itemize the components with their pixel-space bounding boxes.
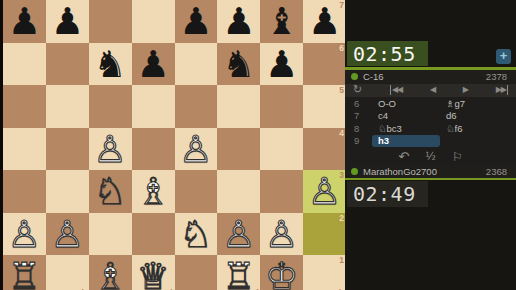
square-d1[interactable]: ♕d (132, 255, 175, 290)
white-bishop-d3[interactable]: ♗ (136, 171, 169, 214)
online-status-icon (351, 73, 358, 80)
square-f1[interactable]: ♖f (217, 255, 260, 290)
square-f3[interactable] (217, 170, 260, 213)
square-b2[interactable]: ♙ (46, 213, 89, 256)
square-f5[interactable] (217, 85, 260, 128)
move-number: 6 (345, 98, 372, 109)
square-h3[interactable]: ♙3 (303, 170, 346, 213)
square-b7[interactable]: ♟ (46, 0, 89, 43)
square-g6[interactable]: ♟ (260, 43, 303, 86)
square-a3[interactable] (3, 170, 46, 213)
game-action-buttons: ↶ ½ ⚐ (345, 147, 516, 166)
square-e7[interactable]: ♟ (175, 0, 218, 43)
move-number: 8 (345, 123, 372, 134)
square-c4[interactable]: ♙ (89, 128, 132, 171)
square-c5[interactable] (89, 85, 132, 128)
player-name-link[interactable]: MarathonGo2700 (363, 166, 486, 177)
square-f4[interactable] (217, 128, 260, 171)
square-h2[interactable]: 2 (303, 213, 346, 256)
square-g7[interactable]: ♝ (260, 0, 303, 43)
square-a1[interactable]: ♖a (3, 255, 46, 290)
player-rating: 2368 (486, 166, 507, 177)
square-g2[interactable]: ♙ (260, 213, 303, 256)
chess-board[interactable]: ♜♝♛♚♜8♟♟♟♟♝♟7♞♟♞♟65♙♙4♘♗♙3♙♙♘♙♙2♖ab♗c♕de… (3, 0, 346, 290)
opponent-player-bar: C-16 2378 (345, 70, 516, 84)
white-move-9[interactable]: h3 (372, 135, 440, 147)
white-knight-c3[interactable]: ♘ (94, 171, 127, 214)
square-a5[interactable] (3, 85, 46, 128)
white-pawn-a2[interactable]: ♙ (8, 213, 41, 256)
square-a2[interactable]: ♙ (3, 213, 46, 256)
white-pawn-h3[interactable]: ♙ (308, 171, 341, 214)
move-navigation-bar: ↻ ◀◀ ◀ ▶ ▶▶ (345, 84, 516, 98)
rank-coordinate-7: 7 (339, 1, 344, 10)
first-move-icon[interactable]: ◀◀ (390, 85, 402, 95)
square-e6[interactable] (175, 43, 218, 86)
give-more-time-button[interactable]: + (496, 49, 511, 64)
move-list: 6O-O♗g77c4d68♘bc3♘f69h3 (345, 97, 516, 147)
square-e2[interactable]: ♘ (175, 213, 218, 256)
black-move-7[interactable]: d6 (440, 110, 516, 121)
square-d5[interactable] (132, 85, 175, 128)
square-b6[interactable] (46, 43, 89, 86)
square-b4[interactable] (46, 128, 89, 171)
next-move-icon[interactable]: ▶ (463, 85, 468, 95)
white-king-g1[interactable]: ♔ (265, 256, 298, 290)
black-pawn-e7[interactable]: ♟ (179, 1, 212, 44)
white-rook-a1[interactable]: ♖ (8, 256, 41, 290)
board-grid: ♜♝♛♚♜8♟♟♟♟♝♟7♞♟♞♟65♙♙4♘♗♙3♙♙♘♙♙2♖ab♗c♕de… (3, 0, 346, 290)
white-knight-e2[interactable]: ♘ (179, 213, 212, 256)
last-move-icon[interactable]: ▶▶ (496, 85, 508, 95)
square-f2[interactable]: ♙ (217, 213, 260, 256)
square-d3[interactable]: ♗ (132, 170, 175, 213)
black-knight-f6[interactable]: ♞ (222, 43, 255, 86)
player-bar: MarathonGo2700 2368 (345, 166, 516, 178)
white-bishop-c1[interactable]: ♗ (94, 256, 127, 290)
rank-coordinate-5: 5 (339, 86, 344, 95)
square-e1[interactable]: e (175, 255, 218, 290)
square-d4[interactable] (132, 128, 175, 171)
square-f6[interactable]: ♞ (217, 43, 260, 86)
game-screen: ♜♝♛♚♜8♟♟♟♟♝♟7♞♟♞♟65♙♙4♘♗♙3♙♙♘♙♙2♖ab♗c♕de… (0, 0, 516, 290)
previous-move-icon[interactable]: ◀ (430, 85, 435, 95)
square-g3[interactable] (260, 170, 303, 213)
white-pawn-e4[interactable]: ♙ (179, 128, 212, 171)
square-g5[interactable] (260, 85, 303, 128)
white-pawn-b2[interactable]: ♙ (51, 213, 84, 256)
square-c1[interactable]: ♗c (89, 255, 132, 290)
square-e3[interactable] (175, 170, 218, 213)
square-e5[interactable] (175, 85, 218, 128)
black-knight-c6[interactable]: ♞ (94, 43, 127, 86)
black-move-6[interactable]: ♗g7 (440, 98, 516, 109)
black-pawn-h7[interactable]: ♟ (308, 1, 341, 44)
square-h4[interactable]: 4 (303, 128, 346, 171)
player-clock: 02:49 (347, 181, 428, 207)
rank-coordinate-2: 2 (339, 214, 344, 223)
square-d6[interactable]: ♟ (132, 43, 175, 86)
black-pawn-d6[interactable]: ♟ (136, 43, 169, 86)
black-pawn-b7[interactable]: ♟ (51, 1, 84, 44)
rank-coordinate-3: 3 (339, 171, 344, 180)
rank-coordinate-4: 4 (339, 129, 344, 138)
white-rook-f1[interactable]: ♖ (222, 256, 255, 290)
opponent-name-link[interactable]: C-16 (363, 71, 486, 82)
square-c2[interactable] (89, 213, 132, 256)
move-row-6: 6O-O♗g7 (345, 97, 516, 110)
square-h7[interactable]: ♟7 (303, 0, 346, 43)
opponent-clock: 02:55 (347, 41, 428, 66)
square-a7[interactable]: ♟ (3, 0, 46, 43)
rank-coordinate-1: 1 (339, 256, 344, 265)
square-a6[interactable] (3, 43, 46, 86)
square-h6[interactable]: 6 (303, 43, 346, 86)
rank-coordinate-6: 6 (339, 44, 344, 53)
square-g4[interactable] (260, 128, 303, 171)
square-c6[interactable]: ♞ (89, 43, 132, 86)
square-d2[interactable] (132, 213, 175, 256)
white-move-6[interactable]: O-O (372, 98, 440, 109)
opponent-rating: 2378 (486, 71, 507, 82)
white-move-8[interactable]: ♘bc3 (372, 123, 440, 134)
square-h5[interactable]: 5 (303, 85, 346, 128)
move-number: 7 (345, 110, 372, 121)
black-pawn-g6[interactable]: ♟ (265, 43, 298, 86)
move-row-9: 9h3 (345, 135, 516, 148)
move-row-7: 7c4d6 (345, 110, 516, 123)
square-c7[interactable] (89, 0, 132, 43)
white-pawn-f2[interactable]: ♙ (222, 213, 255, 256)
takeback-icon[interactable]: ↶ (398, 150, 409, 164)
square-d7[interactable] (132, 0, 175, 43)
square-c3[interactable]: ♘ (89, 170, 132, 213)
offer-draw-icon[interactable]: ½ (425, 150, 436, 164)
white-queen-d1[interactable]: ♕ (136, 256, 169, 290)
white-pawn-g2[interactable]: ♙ (265, 213, 298, 256)
white-move-7[interactable]: c4 (372, 110, 440, 121)
square-g1[interactable]: ♔g (260, 255, 303, 290)
white-pawn-c4[interactable]: ♙ (94, 128, 127, 171)
resign-flag-icon[interactable]: ⚐ (452, 150, 463, 164)
square-b1[interactable]: b (46, 255, 89, 290)
move-number: 9 (345, 135, 372, 146)
black-move-8[interactable]: ♘f6 (440, 123, 516, 134)
square-b5[interactable] (46, 85, 89, 128)
cycle-icon[interactable]: ↻ (353, 85, 362, 95)
square-h1[interactable]: 1h (303, 255, 346, 290)
square-f7[interactable]: ♟ (217, 0, 260, 43)
online-status-icon (351, 168, 358, 175)
square-a4[interactable] (3, 128, 46, 171)
black-pawn-a7[interactable]: ♟ (8, 1, 41, 44)
move-row-8: 8♘bc3♘f6 (345, 122, 516, 135)
square-e4[interactable]: ♙ (175, 128, 218, 171)
black-bishop-g7[interactable]: ♝ (265, 1, 298, 44)
game-side-panel: 02:55 + C-16 2378 ↻ ◀◀ ◀ ▶ ▶▶ 6O-O♗g77c4… (345, 0, 516, 290)
black-pawn-f7[interactable]: ♟ (222, 1, 255, 44)
square-b3[interactable] (46, 170, 89, 213)
